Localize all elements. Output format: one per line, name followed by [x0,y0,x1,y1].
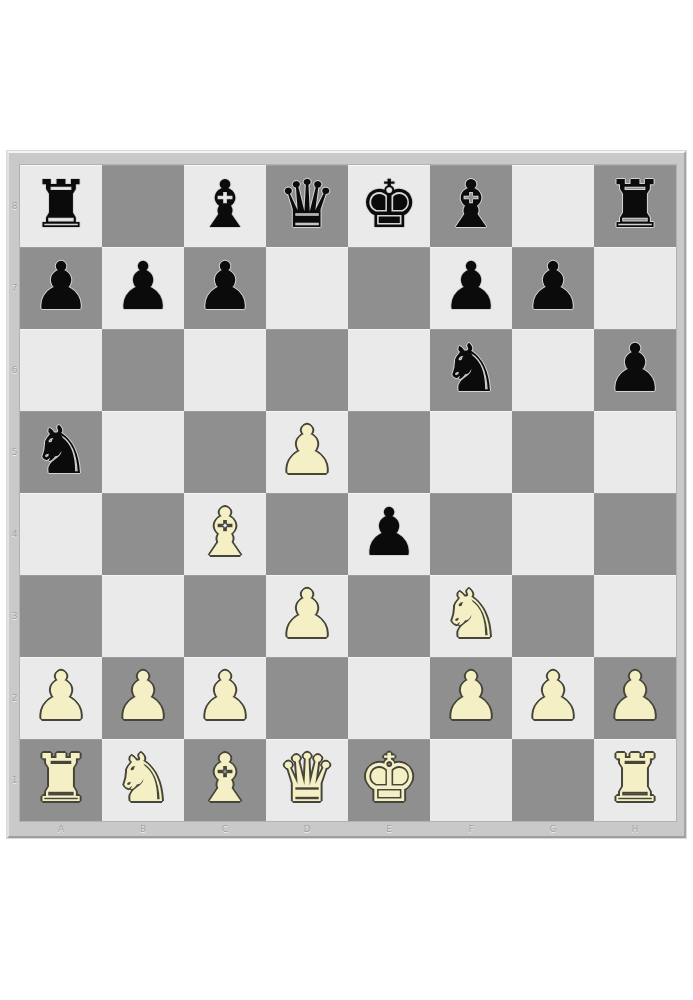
black-knight[interactable]: ♞ [20,411,102,493]
square-f6[interactable]: ♞ [430,329,512,411]
square-c1[interactable]: ♝ [184,739,266,821]
square-d4[interactable] [266,493,348,575]
file-label-a: A [20,822,102,835]
square-c6[interactable] [184,329,266,411]
file-label-h: H [594,822,676,835]
square-b1[interactable]: ♞ [102,739,184,821]
square-g1[interactable] [512,739,594,821]
black-bishop[interactable]: ♝ [430,165,512,247]
rank-labels: 87654321 [9,165,20,821]
rank-label-7: 7 [9,247,20,329]
rank-label-4: 4 [9,493,20,575]
black-rook[interactable]: ♜ [20,165,102,247]
square-g5[interactable] [512,411,594,493]
square-b7[interactable]: ♟ [102,247,184,329]
file-label-c: C [184,822,266,835]
square-c2[interactable]: ♟ [184,657,266,739]
chess-board: ♜♝♛♚♝♜♟♟♟♟♟♞♟♞♟♝♟♟♞♟♟♟♟♟♟♜♞♝♛♚♜ [20,165,676,821]
white-bishop[interactable]: ♝ [184,493,266,575]
square-a8[interactable]: ♜ [20,165,102,247]
white-pawn[interactable]: ♟ [266,411,348,493]
file-label-g: G [512,822,594,835]
square-f7[interactable]: ♟ [430,247,512,329]
file-label-f: F [430,822,512,835]
square-f1[interactable] [430,739,512,821]
white-knight[interactable]: ♞ [430,575,512,657]
white-knight[interactable]: ♞ [102,739,184,821]
square-a6[interactable] [20,329,102,411]
square-h2[interactable]: ♟ [594,657,676,739]
square-f5[interactable] [430,411,512,493]
square-e8[interactable]: ♚ [348,165,430,247]
square-f3[interactable]: ♞ [430,575,512,657]
square-e5[interactable] [348,411,430,493]
black-knight[interactable]: ♞ [430,329,512,411]
square-h1[interactable]: ♜ [594,739,676,821]
square-g4[interactable] [512,493,594,575]
square-a5[interactable]: ♞ [20,411,102,493]
square-e2[interactable] [348,657,430,739]
white-pawn[interactable]: ♟ [20,657,102,739]
rank-label-2: 2 [9,657,20,739]
black-pawn[interactable]: ♟ [348,493,430,575]
square-d6[interactable] [266,329,348,411]
square-e4[interactable]: ♟ [348,493,430,575]
white-pawn[interactable]: ♟ [512,657,594,739]
black-king[interactable]: ♚ [348,165,430,247]
square-b5[interactable] [102,411,184,493]
square-e3[interactable] [348,575,430,657]
black-queen[interactable]: ♛ [266,165,348,247]
square-b6[interactable] [102,329,184,411]
square-d8[interactable]: ♛ [266,165,348,247]
square-c7[interactable]: ♟ [184,247,266,329]
square-f8[interactable]: ♝ [430,165,512,247]
square-c4[interactable]: ♝ [184,493,266,575]
square-e7[interactable] [348,247,430,329]
square-a4[interactable] [20,493,102,575]
black-pawn[interactable]: ♟ [102,247,184,329]
white-rook[interactable]: ♜ [594,739,676,821]
square-h3[interactable] [594,575,676,657]
rank-label-8: 8 [9,165,20,247]
square-a2[interactable]: ♟ [20,657,102,739]
square-f4[interactable] [430,493,512,575]
square-g6[interactable] [512,329,594,411]
black-bishop[interactable]: ♝ [184,165,266,247]
white-pawn[interactable]: ♟ [430,657,512,739]
white-pawn[interactable]: ♟ [102,657,184,739]
square-h6[interactable]: ♟ [594,329,676,411]
square-d2[interactable] [266,657,348,739]
black-pawn[interactable]: ♟ [430,247,512,329]
square-g3[interactable] [512,575,594,657]
square-h8[interactable]: ♜ [594,165,676,247]
rank-label-5: 5 [9,411,20,493]
rank-label-3: 3 [9,575,20,657]
square-d5[interactable]: ♟ [266,411,348,493]
square-h4[interactable] [594,493,676,575]
square-g2[interactable]: ♟ [512,657,594,739]
square-e6[interactable] [348,329,430,411]
square-c3[interactable] [184,575,266,657]
black-pawn[interactable]: ♟ [20,247,102,329]
white-rook[interactable]: ♜ [20,739,102,821]
white-pawn[interactable]: ♟ [266,575,348,657]
square-d1[interactable]: ♛ [266,739,348,821]
file-label-e: E [348,822,430,835]
square-g7[interactable]: ♟ [512,247,594,329]
chess-board-frame: 87654321 ♜♝♛♚♝♜♟♟♟♟♟♞♟♞♟♝♟♟♞♟♟♟♟♟♟♜♞♝♛♚♜… [7,151,686,838]
square-a7[interactable]: ♟ [20,247,102,329]
black-pawn[interactable]: ♟ [512,247,594,329]
square-e1[interactable]: ♚ [348,739,430,821]
file-label-b: B [102,822,184,835]
square-b3[interactable] [102,575,184,657]
black-rook[interactable]: ♜ [594,165,676,247]
white-pawn[interactable]: ♟ [594,657,676,739]
square-h5[interactable] [594,411,676,493]
square-d7[interactable] [266,247,348,329]
square-b2[interactable]: ♟ [102,657,184,739]
square-b8[interactable] [102,165,184,247]
white-pawn[interactable]: ♟ [184,657,266,739]
square-b4[interactable] [102,493,184,575]
black-pawn[interactable]: ♟ [594,329,676,411]
black-pawn[interactable]: ♟ [184,247,266,329]
white-king[interactable]: ♚ [348,739,430,821]
square-f2[interactable]: ♟ [430,657,512,739]
square-g8[interactable] [512,165,594,247]
square-a3[interactable] [20,575,102,657]
file-label-d: D [266,822,348,835]
rank-label-6: 6 [9,329,20,411]
white-bishop[interactable]: ♝ [184,739,266,821]
square-a1[interactable]: ♜ [20,739,102,821]
rank-label-1: 1 [9,739,20,821]
square-h7[interactable] [594,247,676,329]
white-queen[interactable]: ♛ [266,739,348,821]
square-d3[interactable]: ♟ [266,575,348,657]
file-labels: ABCDEFGH [20,822,676,835]
square-c5[interactable] [184,411,266,493]
square-c8[interactable]: ♝ [184,165,266,247]
